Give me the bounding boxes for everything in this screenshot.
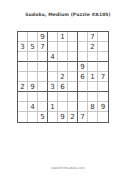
sudoku-cell-r8c7[interactable]	[78, 102, 88, 112]
sudoku-cell-r7c5[interactable]	[58, 92, 68, 102]
sudoku-cell-r7c7[interactable]	[78, 92, 88, 102]
footer-url: www.PrintSudoku.com	[0, 166, 136, 170]
sudoku-cell-r5c8-given: 1	[88, 72, 98, 82]
puzzle-title: Sudoku, Medium (Puzzle #A105)	[0, 12, 136, 17]
sudoku-cell-r6c1-given: 2	[18, 82, 28, 92]
sudoku-cell-r3c2[interactable]	[28, 52, 38, 62]
sudoku-cell-r2c2-given: 5	[28, 42, 38, 52]
sudoku-page: Sudoku, Medium (Puzzle #A105) 9173572492…	[0, 0, 136, 176]
sudoku-cell-r6c2-given: 9	[28, 82, 38, 92]
sudoku-cell-r1c1[interactable]	[18, 32, 28, 42]
sudoku-cell-r8c9-given: 9	[98, 102, 108, 112]
sudoku-cell-r5c1[interactable]	[18, 72, 28, 82]
sudoku-cell-r9c7-given: 7	[78, 112, 88, 122]
sudoku-cell-r9c4[interactable]	[48, 112, 58, 122]
sudoku-cell-r4c5[interactable]	[58, 62, 68, 72]
sudoku-cell-r5c5-given: 2	[58, 72, 68, 82]
sudoku-cell-r7c1[interactable]	[18, 92, 28, 102]
sudoku-cell-r8c6[interactable]	[68, 102, 78, 112]
sudoku-cell-r4c7-given: 9	[78, 62, 88, 72]
sudoku-cell-r1c9[interactable]	[98, 32, 108, 42]
sudoku-cell-r3c9[interactable]	[98, 52, 108, 62]
sudoku-cell-r8c8-given: 8	[88, 102, 98, 112]
sudoku-cell-r6c6[interactable]	[68, 82, 78, 92]
sudoku-cell-r3c6[interactable]	[68, 52, 78, 62]
sudoku-cell-r9c8[interactable]	[88, 112, 98, 122]
sudoku-cell-r2c9[interactable]	[98, 42, 108, 52]
sudoku-cell-r8c2-given: 4	[28, 102, 38, 112]
sudoku-cell-r9c6-given: 2	[68, 112, 78, 122]
sudoku-cell-r3c5[interactable]	[58, 52, 68, 62]
sudoku-cell-r2c1-given: 3	[18, 42, 28, 52]
sudoku-cell-r6c5-given: 6	[58, 82, 68, 92]
sudoku-cell-r4c4[interactable]	[48, 62, 58, 72]
sudoku-cell-r5c3[interactable]	[38, 72, 48, 82]
sudoku-cell-r4c9[interactable]	[98, 62, 108, 72]
sudoku-board: 9173572492617293641895927	[17, 31, 109, 123]
sudoku-cell-r8c3[interactable]	[38, 102, 48, 112]
sudoku-cell-r2c6[interactable]	[68, 42, 78, 52]
sudoku-cell-r7c2[interactable]	[28, 92, 38, 102]
sudoku-cell-r1c4[interactable]	[48, 32, 58, 42]
sudoku-cell-r7c9[interactable]	[98, 92, 108, 102]
sudoku-cell-r2c4[interactable]	[48, 42, 58, 52]
sudoku-cell-r9c2[interactable]	[28, 112, 38, 122]
sudoku-cell-r1c7[interactable]	[78, 32, 88, 42]
sudoku-cell-r9c1[interactable]	[18, 112, 28, 122]
sudoku-cell-r1c3-given: 9	[38, 32, 48, 42]
sudoku-cell-r3c3[interactable]	[38, 52, 48, 62]
sudoku-cell-r3c7[interactable]	[78, 52, 88, 62]
sudoku-cell-r2c8-given: 2	[88, 42, 98, 52]
sudoku-cell-r9c5-given: 9	[58, 112, 68, 122]
sudoku-cell-r1c2[interactable]	[28, 32, 38, 42]
sudoku-cell-r2c7[interactable]	[78, 42, 88, 52]
sudoku-cell-r7c3[interactable]	[38, 92, 48, 102]
sudoku-cell-r5c9-given: 7	[98, 72, 108, 82]
sudoku-cell-r7c4[interactable]	[48, 92, 58, 102]
sudoku-cell-r6c7[interactable]	[78, 82, 88, 92]
sudoku-cell-r4c6[interactable]	[68, 62, 78, 72]
sudoku-cell-r3c1[interactable]	[18, 52, 28, 62]
sudoku-cell-r6c3[interactable]	[38, 82, 48, 92]
sudoku-cell-r9c9[interactable]	[98, 112, 108, 122]
sudoku-cell-r4c8[interactable]	[88, 62, 98, 72]
sudoku-cell-r5c2[interactable]	[28, 72, 38, 82]
sudoku-cell-r5c7-given: 6	[78, 72, 88, 82]
sudoku-cell-r3c4-given: 4	[48, 52, 58, 62]
sudoku-cell-r1c5-given: 1	[58, 32, 68, 42]
sudoku-cell-r2c5[interactable]	[58, 42, 68, 52]
sudoku-cell-r9c3-given: 5	[38, 112, 48, 122]
sudoku-cell-r1c6[interactable]	[68, 32, 78, 42]
sudoku-cell-r8c1[interactable]	[18, 102, 28, 112]
sudoku-cell-r6c9[interactable]	[98, 82, 108, 92]
sudoku-cell-r4c3[interactable]	[38, 62, 48, 72]
sudoku-cell-r4c2[interactable]	[28, 62, 38, 72]
sudoku-cell-r8c5[interactable]	[58, 102, 68, 112]
sudoku-cell-r7c6[interactable]	[68, 92, 78, 102]
sudoku-cell-r6c4-given: 3	[48, 82, 58, 92]
sudoku-cell-r1c8-given: 7	[88, 32, 98, 42]
sudoku-cell-r5c6[interactable]	[68, 72, 78, 82]
sudoku-cell-r5c4[interactable]	[48, 72, 58, 82]
sudoku-cell-r3c8[interactable]	[88, 52, 98, 62]
sudoku-cell-r8c4-given: 1	[48, 102, 58, 112]
sudoku-cell-r2c3-given: 7	[38, 42, 48, 52]
sudoku-cell-r4c1[interactable]	[18, 62, 28, 72]
sudoku-cell-r7c8[interactable]	[88, 92, 98, 102]
sudoku-cell-r6c8[interactable]	[88, 82, 98, 92]
